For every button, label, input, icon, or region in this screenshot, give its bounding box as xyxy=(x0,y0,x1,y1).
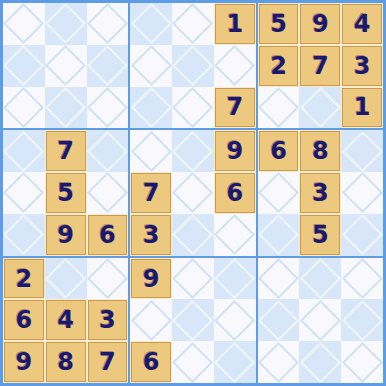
cell-r7c9[interactable] xyxy=(341,258,383,300)
box-7: 2643987 xyxy=(3,258,128,383)
diamond-pattern xyxy=(172,131,213,172)
diamond-pattern xyxy=(172,214,213,255)
diamond-pattern xyxy=(3,131,44,172)
cell-r8c2: 4 xyxy=(45,299,87,341)
cell-r1c9: 4 xyxy=(341,3,383,45)
diamond-pattern xyxy=(45,87,86,128)
cell-r9c8[interactable] xyxy=(299,341,341,383)
cell-r6c2: 9 xyxy=(45,214,87,256)
cell-r7c4: 9 xyxy=(130,258,172,300)
diamond-pattern xyxy=(342,214,383,255)
diamond-pattern xyxy=(87,3,128,44)
diamond-pattern xyxy=(131,3,172,44)
diamond-pattern xyxy=(258,214,299,255)
box-6: 6835 xyxy=(258,130,383,255)
diamond-pattern xyxy=(258,172,299,213)
cell-r6c8: 5 xyxy=(299,214,341,256)
diamond-pattern xyxy=(172,87,213,128)
cell-r2c6[interactable] xyxy=(214,45,256,87)
diamond-pattern xyxy=(214,300,255,341)
diamond-pattern xyxy=(45,3,86,44)
diamond-pattern xyxy=(87,131,128,172)
diamond-pattern xyxy=(342,258,383,299)
diamond-pattern xyxy=(258,342,299,383)
diamond-pattern xyxy=(3,3,44,44)
diamond-pattern xyxy=(45,45,86,86)
cell-r1c6: 1 xyxy=(214,3,256,45)
cell-r8c1: 6 xyxy=(3,299,45,341)
diamond-pattern xyxy=(258,300,299,341)
diamond-pattern xyxy=(131,131,172,172)
cell-r3c7[interactable] xyxy=(258,87,300,129)
diamond-pattern xyxy=(131,300,172,341)
cell-r2c7: 2 xyxy=(258,45,300,87)
diamond-pattern xyxy=(214,45,255,86)
diamond-pattern xyxy=(3,87,44,128)
cell-r1c7: 5 xyxy=(258,3,300,45)
cell-r6c1[interactable] xyxy=(3,214,45,256)
cell-r8c3: 3 xyxy=(87,299,129,341)
diamond-pattern xyxy=(214,214,255,255)
diamond-pattern xyxy=(172,172,213,213)
cell-r2c2[interactable] xyxy=(45,45,87,87)
cell-r4c3[interactable] xyxy=(87,130,129,172)
cell-r3c1[interactable] xyxy=(3,87,45,129)
diamond-pattern xyxy=(172,45,213,86)
cell-r4c1[interactable] xyxy=(3,130,45,172)
diamond-pattern xyxy=(300,342,341,383)
cell-r4c5[interactable] xyxy=(172,130,214,172)
diamond-pattern xyxy=(300,87,341,128)
cell-r5c4: 7 xyxy=(130,172,172,214)
cell-r9c7[interactable] xyxy=(258,341,300,383)
diamond-pattern xyxy=(172,342,213,383)
cell-r6c5[interactable] xyxy=(172,214,214,256)
cell-r4c9[interactable] xyxy=(341,130,383,172)
cell-r3c3[interactable] xyxy=(87,87,129,129)
cell-r9c6[interactable] xyxy=(214,341,256,383)
cell-r1c3[interactable] xyxy=(87,3,129,45)
cell-r9c4: 6 xyxy=(130,341,172,383)
cell-r3c2[interactable] xyxy=(45,87,87,129)
diamond-pattern xyxy=(342,172,383,213)
cell-r9c3: 7 xyxy=(87,341,129,383)
diamond-pattern xyxy=(214,258,255,299)
diamond-pattern xyxy=(214,342,255,383)
diamond-pattern xyxy=(131,87,172,128)
cell-r4c2: 7 xyxy=(45,130,87,172)
diamond-pattern xyxy=(342,342,383,383)
cell-r3c8[interactable] xyxy=(299,87,341,129)
cell-r1c8: 9 xyxy=(299,3,341,45)
cell-r5c6: 6 xyxy=(214,172,256,214)
cell-r1c1[interactable] xyxy=(3,3,45,45)
cell-r2c1[interactable] xyxy=(3,45,45,87)
cell-r4c4[interactable] xyxy=(130,130,172,172)
cell-r9c5[interactable] xyxy=(172,341,214,383)
diamond-pattern xyxy=(87,45,128,86)
cell-r5c7[interactable] xyxy=(258,172,300,214)
diamond-pattern xyxy=(300,300,341,341)
cell-r5c8: 3 xyxy=(299,172,341,214)
box-2: 17 xyxy=(130,3,255,128)
cell-r5c3[interactable] xyxy=(87,172,129,214)
cell-r3c4[interactable] xyxy=(130,87,172,129)
cell-r5c9[interactable] xyxy=(341,172,383,214)
box-8: 96 xyxy=(130,258,255,383)
cell-r3c9: 1 xyxy=(341,87,383,129)
cell-r6c7[interactable] xyxy=(258,214,300,256)
cell-r8c6[interactable] xyxy=(214,299,256,341)
diamond-pattern xyxy=(300,258,341,299)
cell-r7c6[interactable] xyxy=(214,258,256,300)
cell-r4c7: 6 xyxy=(258,130,300,172)
box-9 xyxy=(258,258,383,383)
cell-r1c2[interactable] xyxy=(45,3,87,45)
diamond-pattern xyxy=(172,3,213,44)
diamond-pattern xyxy=(3,45,44,86)
cell-r3c5[interactable] xyxy=(172,87,214,129)
diamond-pattern xyxy=(3,172,44,213)
cell-r9c2: 8 xyxy=(45,341,87,383)
cell-r7c8[interactable] xyxy=(299,258,341,300)
diamond-pattern xyxy=(258,258,299,299)
cell-r2c5[interactable] xyxy=(172,45,214,87)
cell-r2c9: 3 xyxy=(341,45,383,87)
cell-r9c9[interactable] xyxy=(341,341,383,383)
cell-r2c8: 7 xyxy=(299,45,341,87)
box-1 xyxy=(3,3,128,128)
diamond-pattern xyxy=(45,258,86,299)
cell-r5c1[interactable] xyxy=(3,172,45,214)
diamond-pattern xyxy=(258,87,299,128)
cell-r6c3: 6 xyxy=(87,214,129,256)
cell-r5c2: 5 xyxy=(45,172,87,214)
sudoku-board: 175942731759697636835264398796 xyxy=(0,0,386,386)
diamond-pattern xyxy=(87,258,128,299)
box-4: 7596 xyxy=(3,130,128,255)
cell-r4c6: 9 xyxy=(214,130,256,172)
cell-r1c4[interactable] xyxy=(130,3,172,45)
cell-r6c9[interactable] xyxy=(341,214,383,256)
diamond-pattern xyxy=(87,172,128,213)
diamond-pattern xyxy=(172,300,213,341)
cell-r6c4: 3 xyxy=(130,214,172,256)
diamond-pattern xyxy=(342,131,383,172)
cell-r8c8[interactable] xyxy=(299,299,341,341)
cell-r7c5[interactable] xyxy=(172,258,214,300)
cell-r7c1: 2 xyxy=(3,258,45,300)
cell-r3c6: 7 xyxy=(214,87,256,129)
cell-r7c3[interactable] xyxy=(87,258,129,300)
cell-r7c2[interactable] xyxy=(45,258,87,300)
diamond-pattern xyxy=(172,258,213,299)
cell-r8c5[interactable] xyxy=(172,299,214,341)
cell-r2c3[interactable] xyxy=(87,45,129,87)
cell-r8c7[interactable] xyxy=(258,299,300,341)
cell-r4c8: 8 xyxy=(299,130,341,172)
box-5: 9763 xyxy=(130,130,255,255)
box-3: 5942731 xyxy=(258,3,383,128)
cell-r1c5[interactable] xyxy=(172,3,214,45)
cell-r7c7[interactable] xyxy=(258,258,300,300)
diamond-pattern xyxy=(3,214,44,255)
cell-r9c1: 9 xyxy=(3,341,45,383)
diamond-pattern xyxy=(342,300,383,341)
cell-r5c5[interactable] xyxy=(172,172,214,214)
diamond-pattern xyxy=(87,87,128,128)
diamond-pattern xyxy=(131,45,172,86)
cell-r8c4[interactable] xyxy=(130,299,172,341)
cell-r8c9[interactable] xyxy=(341,299,383,341)
cell-r6c6[interactable] xyxy=(214,214,256,256)
cell-r2c4[interactable] xyxy=(130,45,172,87)
